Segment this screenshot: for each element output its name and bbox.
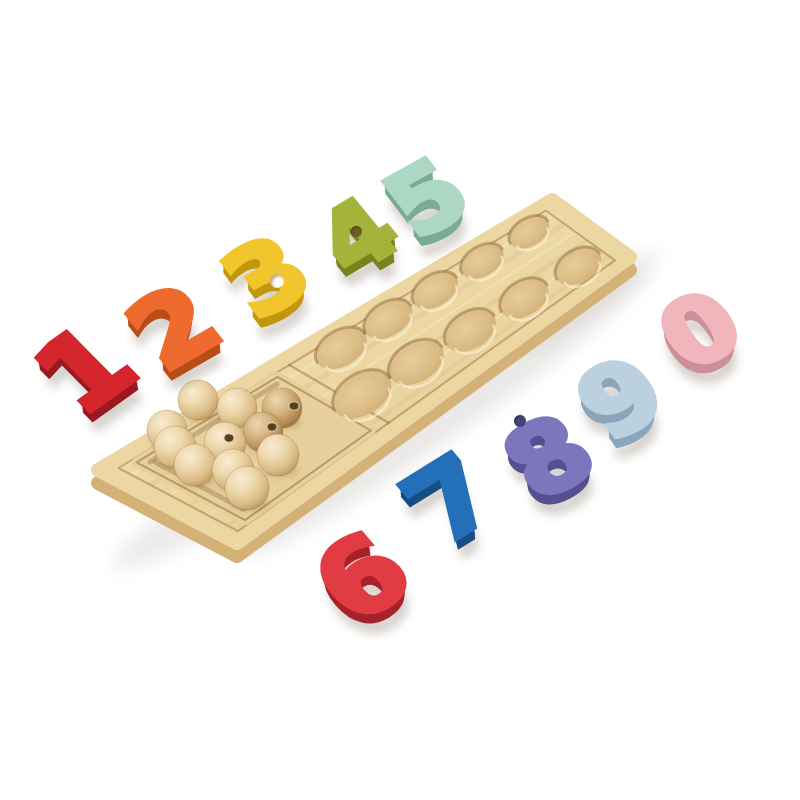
number-glyph: 0	[643, 276, 758, 383]
product-photo-scene: 1234567890	[0, 0, 800, 800]
number-glyph: 5	[368, 144, 485, 252]
number-tiles-layer: 1234567890	[0, 0, 800, 800]
